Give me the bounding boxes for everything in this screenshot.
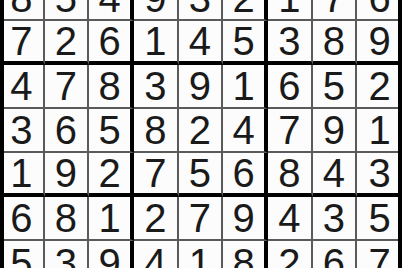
cell-r3c9[interactable]: 2 xyxy=(357,65,402,109)
cell-r2c6[interactable]: 5 xyxy=(223,21,268,65)
cell-r4c7[interactable]: 7 xyxy=(268,109,313,153)
cell-r6c7[interactable]: 4 xyxy=(268,197,313,241)
cell-r1c9[interactable]: 6 xyxy=(357,0,402,21)
cell-r4c4[interactable]: 8 xyxy=(134,109,179,153)
cell-r4c9[interactable]: 1 xyxy=(357,109,402,153)
cell-r7c5[interactable]: 1 xyxy=(179,241,224,268)
cell-r3c6[interactable]: 1 xyxy=(223,65,268,109)
cell-r7c1[interactable]: 5 xyxy=(0,241,45,268)
cell-r7c3[interactable]: 9 xyxy=(89,241,134,268)
cell-r6c8[interactable]: 3 xyxy=(313,197,358,241)
cell-r5c8[interactable]: 4 xyxy=(313,153,358,197)
sudoku-grid: 8549321767261453894783916523658247911927… xyxy=(0,0,402,268)
cell-r3c8[interactable]: 5 xyxy=(313,65,358,109)
cell-r4c6[interactable]: 4 xyxy=(223,109,268,153)
cell-r5c9[interactable]: 3 xyxy=(357,153,402,197)
cell-r5c7[interactable]: 8 xyxy=(268,153,313,197)
cell-r6c4[interactable]: 2 xyxy=(134,197,179,241)
cell-r5c1[interactable]: 1 xyxy=(0,153,45,197)
cell-r5c6[interactable]: 6 xyxy=(223,153,268,197)
cell-r2c3[interactable]: 6 xyxy=(89,21,134,65)
cell-r6c9[interactable]: 5 xyxy=(357,197,402,241)
cell-r3c1[interactable]: 4 xyxy=(0,65,45,109)
sudoku-board: 8549321767261453894783916523658247911927… xyxy=(0,0,402,268)
cell-r6c3[interactable]: 1 xyxy=(89,197,134,241)
cell-r7c4[interactable]: 4 xyxy=(134,241,179,268)
cell-r5c2[interactable]: 9 xyxy=(45,153,90,197)
cell-r2c8[interactable]: 8 xyxy=(313,21,358,65)
cell-r4c2[interactable]: 6 xyxy=(45,109,90,153)
cell-r5c4[interactable]: 7 xyxy=(134,153,179,197)
board-border-right-line xyxy=(398,0,402,268)
cell-r6c5[interactable]: 7 xyxy=(179,197,224,241)
cell-r6c6[interactable]: 9 xyxy=(223,197,268,241)
cell-r7c8[interactable]: 6 xyxy=(313,241,358,268)
cell-r2c7[interactable]: 3 xyxy=(268,21,313,65)
cell-r1c2[interactable]: 5 xyxy=(45,0,90,21)
cell-r6c2[interactable]: 8 xyxy=(45,197,90,241)
cell-r6c1[interactable]: 6 xyxy=(0,197,45,241)
cell-r2c9[interactable]: 9 xyxy=(357,21,402,65)
cell-r1c7[interactable]: 1 xyxy=(268,0,313,21)
cell-r4c3[interactable]: 5 xyxy=(89,109,134,153)
cell-r4c8[interactable]: 9 xyxy=(313,109,358,153)
cell-r7c9[interactable]: 7 xyxy=(357,241,402,268)
board-border-left-line xyxy=(0,0,4,268)
cell-r2c4[interactable]: 1 xyxy=(134,21,179,65)
cell-r7c6[interactable]: 8 xyxy=(223,241,268,268)
cell-r3c4[interactable]: 3 xyxy=(134,65,179,109)
cell-r4c1[interactable]: 3 xyxy=(0,109,45,153)
cell-r2c1[interactable]: 7 xyxy=(0,21,45,65)
cell-r5c3[interactable]: 2 xyxy=(89,153,134,197)
cell-r1c1[interactable]: 8 xyxy=(0,0,45,21)
cell-r3c5[interactable]: 9 xyxy=(179,65,224,109)
cell-r1c6[interactable]: 2 xyxy=(223,0,268,21)
cell-r1c3[interactable]: 4 xyxy=(89,0,134,21)
cell-r5c5[interactable]: 5 xyxy=(179,153,224,197)
cell-r4c5[interactable]: 2 xyxy=(179,109,224,153)
cell-r1c8[interactable]: 7 xyxy=(313,0,358,21)
cell-r3c2[interactable]: 7 xyxy=(45,65,90,109)
cell-r3c7[interactable]: 6 xyxy=(268,65,313,109)
cell-r7c7[interactable]: 2 xyxy=(268,241,313,268)
cell-r2c5[interactable]: 4 xyxy=(179,21,224,65)
cell-r1c5[interactable]: 3 xyxy=(179,0,224,21)
cell-r7c2[interactable]: 3 xyxy=(45,241,90,268)
cell-r2c2[interactable]: 2 xyxy=(45,21,90,65)
cell-r3c3[interactable]: 8 xyxy=(89,65,134,109)
cell-r1c4[interactable]: 9 xyxy=(134,0,179,21)
